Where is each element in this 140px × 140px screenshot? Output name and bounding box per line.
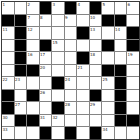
cell-r5c9[interactable]: [102, 52, 114, 64]
block-r6c3: [27, 65, 39, 77]
clue-number-21: 21: [78, 65, 83, 70]
cell-r6c4[interactable]: 20: [40, 65, 52, 77]
cell-r6c8[interactable]: [90, 65, 102, 77]
cell-r1c5[interactable]: 3: [52, 2, 64, 14]
cell-r4c6[interactable]: [65, 40, 77, 52]
crossword-grid: 1234567891011121314151617181920212223242…: [1, 1, 140, 140]
clue-number-23: 23: [15, 77, 20, 82]
cell-r5c5[interactable]: [52, 52, 64, 64]
cell-r8c4[interactable]: 26: [40, 90, 52, 102]
block-r8c8: [90, 90, 102, 102]
cell-r5c1[interactable]: [2, 52, 14, 64]
cell-r10c6[interactable]: [65, 115, 77, 127]
crossword-page: 1234567891011121314151617181920212223242…: [0, 0, 140, 140]
block-r2c2: [15, 15, 27, 27]
cell-r6c5[interactable]: [52, 65, 64, 77]
block-r8c10: [115, 90, 127, 102]
cell-r9c2[interactable]: 27: [15, 102, 27, 114]
cell-r5c6[interactable]: [65, 52, 77, 64]
clue-number-34: 34: [103, 127, 108, 132]
block-r2c10: [115, 15, 127, 27]
cell-r4c7[interactable]: [77, 40, 89, 52]
cell-r11c5[interactable]: [52, 127, 64, 139]
block-r11c4: [40, 127, 52, 139]
clue-number-12: 12: [28, 27, 33, 32]
cell-r1c9[interactable]: 5: [102, 2, 114, 14]
cell-r2c7[interactable]: [77, 15, 89, 27]
cell-r7c3[interactable]: [27, 77, 39, 89]
cell-r7c4[interactable]: [40, 77, 52, 89]
cell-r3c8[interactable]: 13: [90, 27, 102, 39]
clue-number-4: 4: [78, 2, 81, 7]
clue-number-31: 31: [40, 115, 45, 120]
cell-r10c9[interactable]: [102, 115, 114, 127]
clue-number-9: 9: [65, 15, 68, 20]
cell-r1c10[interactable]: [115, 2, 127, 14]
block-r7c10: [115, 77, 127, 89]
cell-r10c8[interactable]: [90, 115, 102, 127]
clue-number-10: 10: [90, 15, 95, 20]
cell-r5c4[interactable]: 17: [40, 52, 52, 64]
clue-number-26: 26: [40, 90, 45, 95]
cell-r11c9[interactable]: 34: [102, 127, 114, 139]
block-r5c7: [77, 52, 89, 64]
clue-number-11: 11: [3, 27, 8, 32]
cell-r10c1[interactable]: 30: [2, 115, 14, 127]
block-r6c2: [15, 65, 27, 77]
cell-r7c8[interactable]: [90, 77, 102, 89]
clue-number-15: 15: [53, 40, 58, 45]
clue-number-25: 25: [103, 77, 108, 82]
cell-r6c6[interactable]: [65, 65, 77, 77]
cell-r1c1[interactable]: 1: [2, 2, 14, 14]
cell-r3c6[interactable]: [65, 27, 77, 39]
block-r10c2: [15, 115, 27, 127]
block-r10c3: [27, 115, 39, 127]
cell-r7c11[interactable]: [127, 77, 139, 89]
cell-r11c3[interactable]: [27, 127, 39, 139]
cell-r1c11[interactable]: 6: [127, 2, 139, 14]
block-r2c1: [2, 15, 14, 27]
cell-r7c7[interactable]: [77, 77, 89, 89]
clue-number-5: 5: [103, 2, 106, 7]
block-r5c2: [15, 52, 27, 64]
block-r4c2: [15, 40, 27, 52]
cell-r3c10[interactable]: 14: [115, 27, 127, 39]
clue-number-6: 6: [128, 2, 131, 7]
cell-r1c3[interactable]: 2: [27, 2, 39, 14]
cell-r4c10[interactable]: [115, 40, 127, 52]
clue-number-30: 30: [3, 115, 8, 120]
cell-r8c5[interactable]: [52, 90, 64, 102]
cell-r6c11[interactable]: [127, 65, 139, 77]
clue-number-19: 19: [128, 52, 133, 57]
block-r9c5: [52, 102, 64, 114]
cell-r6c1[interactable]: [2, 65, 14, 77]
cell-r4c1[interactable]: [2, 40, 14, 52]
cell-r2c5[interactable]: [52, 15, 64, 27]
clue-number-3: 3: [53, 2, 56, 7]
clue-number-14: 14: [115, 27, 120, 32]
cell-r3c9[interactable]: [102, 27, 114, 39]
block-r9c1: [2, 102, 14, 114]
clue-number-22: 22: [3, 77, 8, 82]
block-r8c3: [27, 90, 39, 102]
cell-r3c4[interactable]: [40, 27, 52, 39]
cell-r4c8[interactable]: [90, 40, 102, 52]
cell-r9c11[interactable]: [127, 102, 139, 114]
cell-r8c7[interactable]: [77, 90, 89, 102]
cell-r1c2[interactable]: [15, 2, 27, 14]
clue-number-1: 1: [3, 2, 6, 7]
clue-number-16: 16: [28, 52, 33, 57]
cell-r11c10[interactable]: [115, 127, 127, 139]
cell-r7c9[interactable]: 25: [102, 77, 114, 89]
block-r11c6: [65, 127, 77, 139]
cell-r4c3[interactable]: [27, 40, 39, 52]
block-r10c10: [115, 115, 127, 127]
cell-r10c4[interactable]: 31: [40, 115, 52, 127]
cell-r10c7[interactable]: [77, 115, 89, 127]
clue-number-33: 33: [3, 127, 8, 132]
cell-r6c7[interactable]: 21: [77, 65, 89, 77]
clue-number-28: 28: [65, 102, 70, 107]
clue-number-18: 18: [90, 52, 95, 57]
clue-number-27: 27: [15, 102, 20, 107]
block-r11c8: [90, 127, 102, 139]
clue-number-29: 29: [90, 102, 95, 107]
cell-r11c7[interactable]: [77, 127, 89, 139]
block-r3c7: [77, 27, 89, 39]
cell-r2c11[interactable]: [127, 15, 139, 27]
cell-r10c5[interactable]: 32: [52, 115, 64, 127]
cell-r9c3[interactable]: [27, 102, 39, 114]
clue-number-17: 17: [40, 52, 45, 57]
cell-r8c6[interactable]: [65, 90, 77, 102]
cell-r3c5[interactable]: [52, 27, 64, 39]
cell-r5c8[interactable]: 18: [90, 52, 102, 64]
cell-r5c3[interactable]: 16: [27, 52, 39, 64]
cell-r11c2[interactable]: [15, 127, 27, 139]
cell-r9c9[interactable]: [102, 102, 114, 114]
block-r10c11: [127, 115, 139, 127]
cell-r11c11[interactable]: [127, 127, 139, 139]
cell-r5c10[interactable]: [115, 52, 127, 64]
block-r9c10: [115, 102, 127, 114]
cell-r8c2[interactable]: [15, 90, 27, 102]
block-r8c1: [2, 90, 14, 102]
block-r3c2: [15, 27, 27, 39]
clue-number-20: 20: [40, 65, 45, 70]
cell-r9c6[interactable]: 28: [65, 102, 77, 114]
cell-r7c6[interactable]: 24: [65, 77, 77, 89]
cell-r9c8[interactable]: 29: [90, 102, 102, 114]
cell-r2c8[interactable]: 10: [90, 15, 102, 27]
block-r4c4: [40, 40, 52, 52]
clue-number-2: 2: [28, 2, 31, 7]
cell-r2c4[interactable]: 8: [40, 15, 52, 27]
cell-r11c1[interactable]: 33: [2, 127, 14, 139]
clue-number-32: 32: [53, 115, 58, 120]
block-r1c4: [40, 2, 52, 14]
block-r1c6: [65, 2, 77, 14]
cell-r9c4[interactable]: [40, 102, 52, 114]
cell-r3c3[interactable]: 12: [27, 27, 39, 39]
cell-r8c9[interactable]: [102, 90, 114, 102]
block-r4c9: [102, 40, 114, 52]
cell-r4c5[interactable]: 15: [52, 40, 64, 52]
block-r7c5: [52, 77, 64, 89]
cell-r5c11[interactable]: 19: [127, 52, 139, 64]
block-r4c11: [127, 40, 139, 52]
block-r2c9: [102, 15, 114, 27]
cell-r3c1[interactable]: 11: [2, 27, 14, 39]
block-r3c11: [127, 27, 139, 39]
block-r6c10: [115, 65, 127, 77]
cell-r2c3[interactable]: 7: [27, 15, 39, 27]
clue-number-13: 13: [90, 27, 95, 32]
cell-r2c6[interactable]: 9: [65, 15, 77, 27]
cell-r7c2[interactable]: 23: [15, 77, 27, 89]
block-r6c9: [102, 65, 114, 77]
cell-r9c7[interactable]: [77, 102, 89, 114]
clue-number-7: 7: [28, 15, 31, 20]
clue-number-24: 24: [65, 77, 70, 82]
cell-r8c11[interactable]: [127, 90, 139, 102]
block-r1c8: [90, 2, 102, 14]
clue-number-8: 8: [40, 15, 43, 20]
cell-r1c7[interactable]: 4: [77, 2, 89, 14]
cell-r7c1[interactable]: 22: [2, 77, 14, 89]
